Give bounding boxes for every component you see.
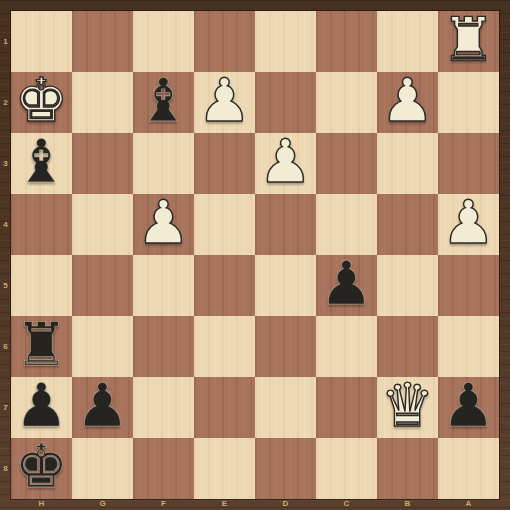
square-a3[interactable] (438, 133, 499, 194)
square-g1[interactable] (72, 11, 133, 72)
rank-label-4: 4 (0, 194, 11, 255)
piece-white-queen-b7[interactable]: ♛ (381, 375, 435, 436)
square-f3[interactable] (133, 133, 194, 194)
square-c8[interactable] (316, 438, 377, 499)
piece-black-bishop-h3[interactable]: ♝ (15, 131, 69, 192)
rank-label-3: 3 (0, 133, 11, 194)
piece-white-rook-a1[interactable]: ♜ (442, 9, 496, 70)
square-f7[interactable] (133, 377, 194, 438)
square-b6[interactable] (377, 316, 438, 377)
square-b5[interactable] (377, 255, 438, 316)
square-h5[interactable] (11, 255, 72, 316)
rank-label-2: 2 (0, 72, 11, 133)
square-d6[interactable] (255, 316, 316, 377)
square-a7[interactable]: ♟ (438, 377, 499, 438)
square-c1[interactable] (316, 11, 377, 72)
square-c2[interactable] (316, 72, 377, 133)
square-b7[interactable]: ♛ (377, 377, 438, 438)
file-label-g: G (72, 499, 133, 510)
square-h4[interactable] (11, 194, 72, 255)
square-f5[interactable] (133, 255, 194, 316)
square-f2[interactable]: ♝ (133, 72, 194, 133)
square-g6[interactable] (72, 316, 133, 377)
piece-black-pawn-c5[interactable]: ♟ (320, 253, 374, 314)
square-f6[interactable] (133, 316, 194, 377)
square-b1[interactable] (377, 11, 438, 72)
square-c7[interactable] (316, 377, 377, 438)
file-label-c: C (316, 499, 377, 510)
file-label-e: E (194, 499, 255, 510)
piece-white-king-h2[interactable]: ♚ (15, 70, 69, 131)
square-h6[interactable]: ♜ (11, 316, 72, 377)
file-label-d: D (255, 499, 316, 510)
rank-label-8: 8 (0, 438, 11, 499)
square-f8[interactable] (133, 438, 194, 499)
square-e2[interactable]: ♟ (194, 72, 255, 133)
piece-white-pawn-a4[interactable]: ♟ (442, 192, 496, 253)
square-e8[interactable] (194, 438, 255, 499)
square-d5[interactable] (255, 255, 316, 316)
file-label-f: F (133, 499, 194, 510)
rank-label-5: 5 (0, 255, 11, 316)
file-label-b: B (377, 499, 438, 510)
square-b4[interactable] (377, 194, 438, 255)
square-g5[interactable] (72, 255, 133, 316)
piece-white-pawn-b2[interactable]: ♟ (381, 70, 435, 131)
square-h3[interactable]: ♝ (11, 133, 72, 194)
square-d1[interactable] (255, 11, 316, 72)
square-g8[interactable] (72, 438, 133, 499)
square-e1[interactable] (194, 11, 255, 72)
square-a8[interactable] (438, 438, 499, 499)
square-c6[interactable] (316, 316, 377, 377)
square-f4[interactable]: ♟ (133, 194, 194, 255)
square-g2[interactable] (72, 72, 133, 133)
square-a6[interactable] (438, 316, 499, 377)
square-a4[interactable]: ♟ (438, 194, 499, 255)
square-e3[interactable] (194, 133, 255, 194)
square-d3[interactable]: ♟ (255, 133, 316, 194)
square-c5[interactable]: ♟ (316, 255, 377, 316)
piece-black-pawn-g7[interactable]: ♟ (76, 375, 130, 436)
square-b2[interactable]: ♟ (377, 72, 438, 133)
piece-white-pawn-e2[interactable]: ♟ (198, 70, 252, 131)
square-c4[interactable] (316, 194, 377, 255)
square-a1[interactable]: ♜ (438, 11, 499, 72)
chess-board: ♜♚♝♟♟♝♟♟♟♟♜♟♟♛♟♚ (11, 11, 499, 499)
square-e7[interactable] (194, 377, 255, 438)
piece-black-king-h8[interactable]: ♚ (15, 436, 69, 497)
square-e4[interactable] (194, 194, 255, 255)
square-h2[interactable]: ♚ (11, 72, 72, 133)
square-g7[interactable]: ♟ (72, 377, 133, 438)
square-c3[interactable] (316, 133, 377, 194)
square-b8[interactable] (377, 438, 438, 499)
square-d2[interactable] (255, 72, 316, 133)
file-label-a: A (438, 499, 499, 510)
piece-white-pawn-d3[interactable]: ♟ (259, 131, 313, 192)
square-e6[interactable] (194, 316, 255, 377)
square-d7[interactable] (255, 377, 316, 438)
rank-label-1: 1 (0, 11, 11, 72)
square-g4[interactable] (72, 194, 133, 255)
piece-black-pawn-a7[interactable]: ♟ (442, 375, 496, 436)
file-label-h: H (11, 499, 72, 510)
square-h8[interactable]: ♚ (11, 438, 72, 499)
rank-label-6: 6 (0, 316, 11, 377)
square-d4[interactable] (255, 194, 316, 255)
piece-white-pawn-f4[interactable]: ♟ (137, 192, 191, 253)
square-h7[interactable]: ♟ (11, 377, 72, 438)
piece-black-bishop-f2[interactable]: ♝ (137, 70, 191, 131)
square-g3[interactable] (72, 133, 133, 194)
piece-black-rook-h6[interactable]: ♜ (15, 314, 69, 375)
square-f1[interactable] (133, 11, 194, 72)
square-a5[interactable] (438, 255, 499, 316)
square-e5[interactable] (194, 255, 255, 316)
piece-black-pawn-h7[interactable]: ♟ (15, 375, 69, 436)
square-b3[interactable] (377, 133, 438, 194)
rank-label-7: 7 (0, 377, 11, 438)
square-a2[interactable] (438, 72, 499, 133)
square-d8[interactable] (255, 438, 316, 499)
board-frame: ♜♚♝♟♟♝♟♟♟♟♜♟♟♛♟♚ 12345678HGFEDCBA (0, 0, 510, 510)
square-h1[interactable] (11, 11, 72, 72)
